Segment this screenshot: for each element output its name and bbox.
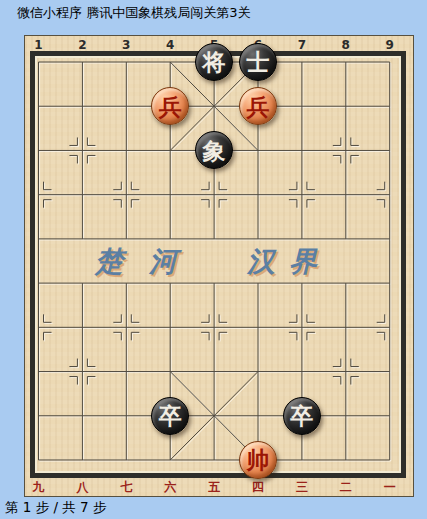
piece-character: 士 [246,50,269,73]
piece-black-advisor[interactable]: 士 [239,43,277,81]
piece-character: 兵 [246,95,269,118]
window-title: 微信小程序 腾讯中国象棋残局闯关第3关 [17,5,250,21]
pieces-layer: 将士兵兵象卒卒帅 [17,40,412,482]
piece-red-soldier-right[interactable]: 兵 [239,87,277,125]
piece-character: 卒 [290,404,313,427]
piece-red-general[interactable]: 帅 [239,441,277,479]
xiangqi-board: 123456789 九八七六五四三二一 楚河 汉界 将士兵兵象卒卒帅 [24,35,414,497]
piece-red-soldier-left[interactable]: 兵 [151,87,189,125]
piece-character: 帅 [246,448,269,471]
piece-character: 将 [203,50,226,73]
app-window: 微信小程序 腾讯中国象棋残局闯关第3关 123456789 九八七六五四三二一 … [0,0,427,519]
piece-character: 卒 [159,404,182,427]
piece-black-soldier-left[interactable]: 卒 [151,397,189,435]
piece-black-general[interactable]: 将 [195,43,233,81]
piece-character: 象 [203,139,226,162]
piece-black-elephant[interactable]: 象 [195,131,233,169]
piece-black-soldier-right[interactable]: 卒 [283,397,321,435]
piece-character: 兵 [159,95,182,118]
move-status: 第 1 步 / 共 7 步 [5,499,106,517]
